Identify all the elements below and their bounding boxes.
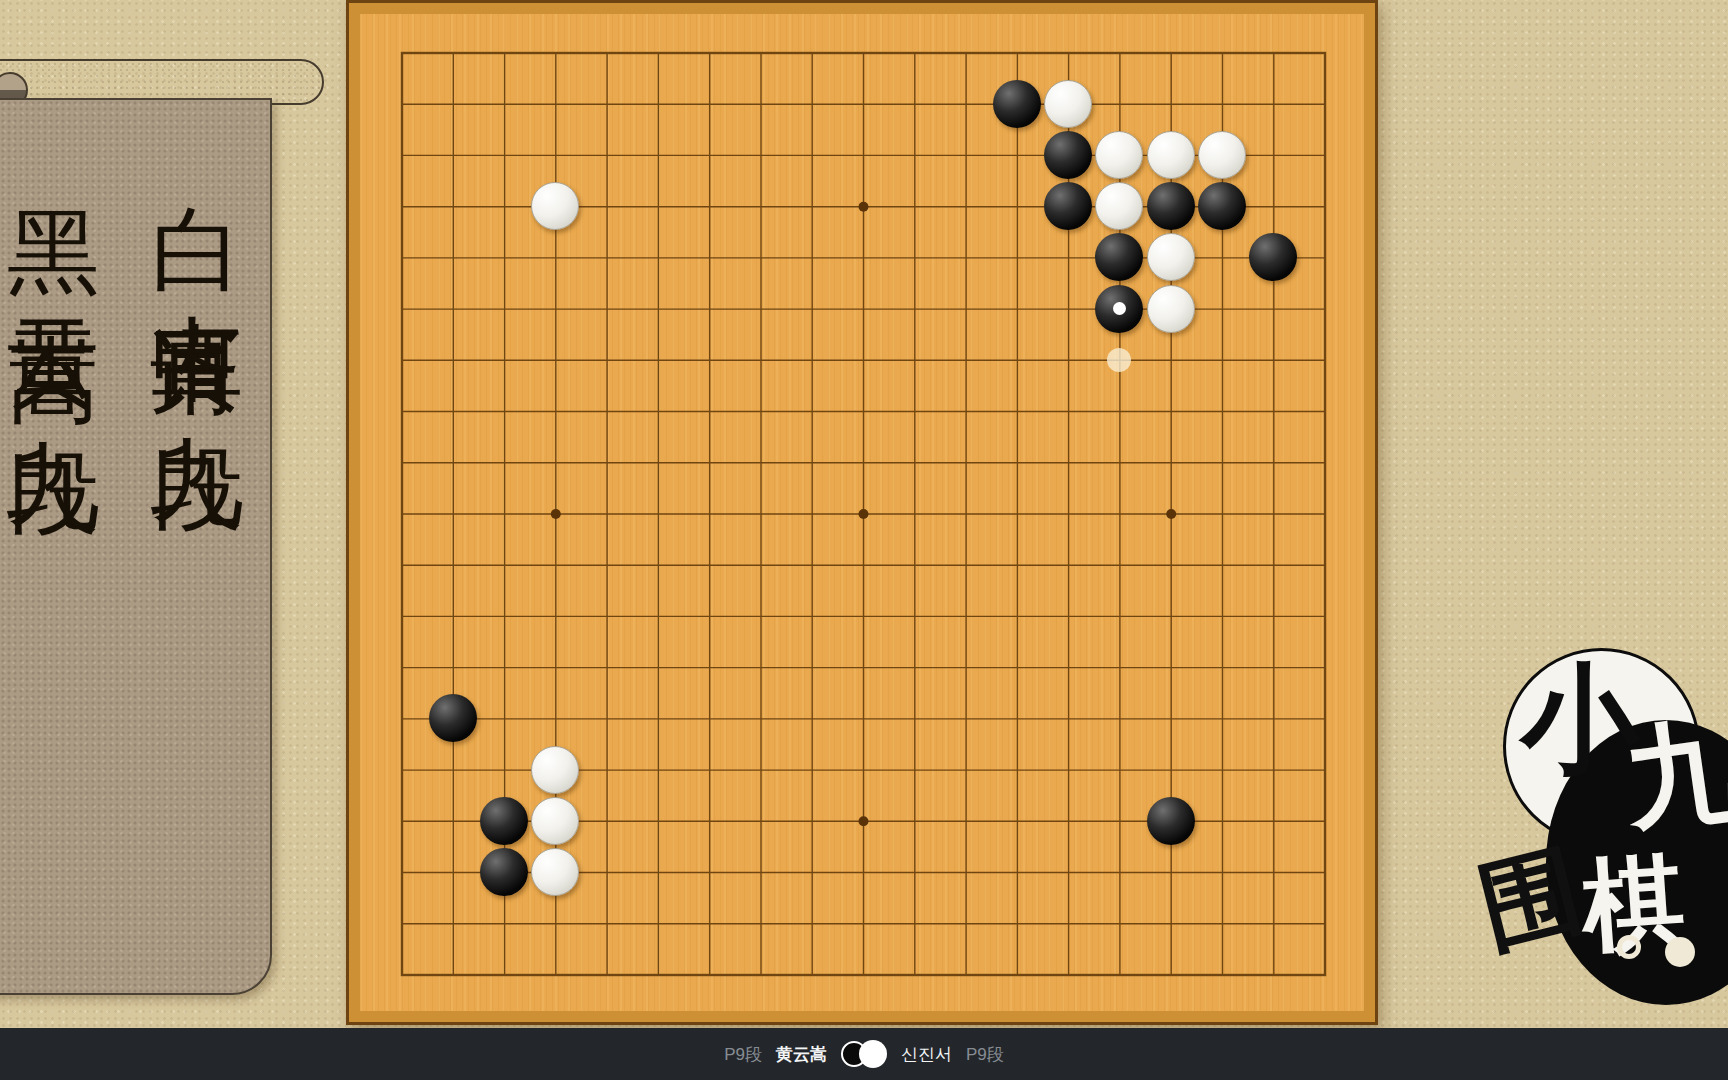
stone-white — [1147, 285, 1195, 333]
stone-white — [1147, 131, 1195, 179]
white-player-rank: P9段 — [966, 1043, 1004, 1066]
stone-black — [1095, 285, 1143, 333]
stone-white — [1095, 182, 1143, 230]
stone-white — [1147, 233, 1195, 281]
stone-white — [1044, 80, 1092, 128]
stone-white — [531, 182, 579, 230]
logo-stone-ring-icon — [1617, 935, 1641, 959]
logo-char-jiu: 九 — [1618, 711, 1728, 837]
stone-black — [1249, 233, 1297, 281]
bottom-bar: P9段 黄云嵩 신진서 P9段 — [0, 1028, 1728, 1080]
app-page: 白 申真谞 九段 黑 黄云嵩 九段 小 九 围 棋 P9段 黄云嵩 신진서 P9… — [0, 0, 1728, 1080]
move-preview-marker — [1107, 348, 1131, 372]
black-player-name: 黄云嵩 — [776, 1043, 827, 1066]
stone-black — [1044, 131, 1092, 179]
black-player-rank: P9段 — [724, 1043, 762, 1066]
stone-black — [480, 797, 528, 845]
turn-indicator — [841, 1040, 887, 1068]
stone-black — [1198, 182, 1246, 230]
stone-black — [1147, 797, 1195, 845]
stone-white — [531, 746, 579, 794]
stone-black — [480, 848, 528, 896]
stone-black — [1095, 233, 1143, 281]
last-move-marker — [1113, 302, 1126, 315]
stone-white — [1198, 131, 1246, 179]
turn-indicator-white-icon — [859, 1040, 887, 1068]
stone-black — [1147, 182, 1195, 230]
stones-layer[interactable] — [376, 27, 1350, 1000]
stone-black — [429, 694, 477, 742]
black-player-column: 黑 黄云嵩 九段 — [7, 137, 100, 379]
white-player-name: 신진서 — [901, 1043, 952, 1066]
stone-black — [1044, 182, 1092, 230]
stone-white — [531, 797, 579, 845]
stone-black — [993, 80, 1041, 128]
stone-white — [1095, 131, 1143, 179]
logo-stone-dot-icon — [1665, 937, 1695, 967]
stone-white — [531, 848, 579, 896]
white-player-column: 白 申真谞 九段 — [151, 133, 244, 375]
